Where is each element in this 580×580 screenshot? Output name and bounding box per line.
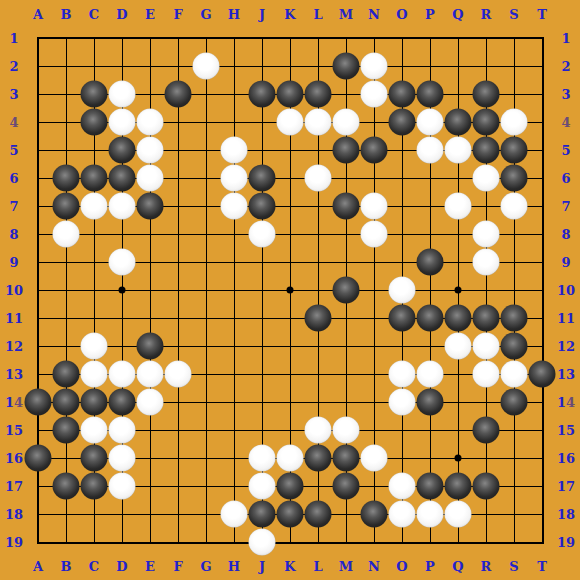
row-label-right-15: 15 [557, 424, 575, 437]
black-stone-A14[interactable] [25, 389, 52, 416]
white-stone-M4[interactable] [333, 109, 360, 136]
white-stone-O14[interactable] [389, 389, 416, 416]
black-stone-D6[interactable] [109, 165, 136, 192]
black-stone-L11[interactable] [305, 305, 332, 332]
white-stone-N3[interactable] [361, 81, 388, 108]
row-label-left-4: 4 [9, 116, 18, 129]
white-stone-M15[interactable] [333, 417, 360, 444]
row-label-left-1: 1 [9, 32, 18, 45]
black-stone-F3[interactable] [165, 81, 192, 108]
black-stone-J7[interactable] [249, 193, 276, 220]
row-label-left-13: 13 [5, 368, 23, 381]
white-stone-E4[interactable] [137, 109, 164, 136]
black-stone-M5[interactable] [333, 137, 360, 164]
black-stone-B6[interactable] [53, 165, 80, 192]
col-label-top-P: P [425, 8, 435, 21]
black-stone-P11[interactable] [417, 305, 444, 332]
col-label-bottom-R: R [481, 560, 492, 573]
col-label-top-O: O [396, 8, 407, 21]
row-label-left-15: 15 [5, 424, 23, 437]
col-label-top-F: F [173, 8, 182, 21]
col-label-bottom-O: O [396, 560, 407, 573]
white-stone-F13[interactable] [165, 361, 192, 388]
white-stone-D16[interactable] [109, 445, 136, 472]
row-label-right-17: 17 [557, 480, 575, 493]
row-label-right-7: 7 [561, 200, 570, 213]
black-stone-B15[interactable] [53, 417, 80, 444]
col-label-bottom-L: L [313, 560, 322, 573]
white-stone-P18[interactable] [417, 501, 444, 528]
black-stone-L3[interactable] [305, 81, 332, 108]
white-stone-S7[interactable] [501, 193, 528, 220]
white-stone-Q18[interactable] [445, 501, 472, 528]
row-label-right-3: 3 [561, 88, 570, 101]
white-stone-N7[interactable] [361, 193, 388, 220]
white-stone-J19[interactable] [249, 529, 276, 556]
col-label-top-B: B [61, 8, 72, 21]
black-stone-S12[interactable] [501, 333, 528, 360]
col-label-top-L: L [313, 8, 322, 21]
black-stone-E7[interactable] [137, 193, 164, 220]
white-stone-K4[interactable] [277, 109, 304, 136]
row-label-right-4: 4 [561, 116, 570, 129]
board-overlay: AABBCCDDEEFFGGHHJJKKLLMMNNOOPPQQRRSSTT11… [0, 0, 580, 580]
col-label-bottom-D: D [116, 560, 127, 573]
black-stone-M16[interactable] [333, 445, 360, 472]
black-stone-M2[interactable] [333, 53, 360, 80]
row-label-left-10: 10 [5, 284, 23, 297]
black-stone-C4[interactable] [81, 109, 108, 136]
white-stone-D15[interactable] [109, 417, 136, 444]
black-stone-R5[interactable] [473, 137, 500, 164]
col-label-bottom-A: A [33, 560, 43, 573]
black-stone-T13[interactable] [529, 361, 556, 388]
black-stone-R17[interactable] [473, 473, 500, 500]
row-label-right-12: 12 [557, 340, 575, 353]
black-stone-D5[interactable] [109, 137, 136, 164]
col-label-top-Q: Q [452, 8, 463, 21]
black-stone-N5[interactable] [361, 137, 388, 164]
black-stone-P14[interactable] [417, 389, 444, 416]
white-stone-E5[interactable] [137, 137, 164, 164]
white-stone-S4[interactable] [501, 109, 528, 136]
white-stone-B8[interactable] [53, 221, 80, 248]
col-label-bottom-C: C [89, 560, 99, 573]
black-stone-R3[interactable] [473, 81, 500, 108]
black-stone-S5[interactable] [501, 137, 528, 164]
black-stone-R4[interactable] [473, 109, 500, 136]
white-stone-D17[interactable] [109, 473, 136, 500]
white-stone-O13[interactable] [389, 361, 416, 388]
go-board[interactable]: AABBCCDDEEFFGGHHJJKKLLMMNNOOPPQQRRSSTT11… [0, 0, 580, 580]
black-stone-C6[interactable] [81, 165, 108, 192]
white-stone-G2[interactable] [193, 53, 220, 80]
white-stone-R13[interactable] [473, 361, 500, 388]
black-stone-O4[interactable] [389, 109, 416, 136]
white-stone-L4[interactable] [305, 109, 332, 136]
white-stone-N16[interactable] [361, 445, 388, 472]
black-stone-M17[interactable] [333, 473, 360, 500]
white-stone-D3[interactable] [109, 81, 136, 108]
row-label-left-2: 2 [9, 60, 18, 73]
row-label-right-8: 8 [561, 228, 570, 241]
col-label-bottom-F: F [173, 560, 182, 573]
row-label-right-10: 10 [557, 284, 575, 297]
col-label-top-R: R [481, 8, 492, 21]
col-label-top-S: S [509, 8, 518, 21]
white-stone-L6[interactable] [305, 165, 332, 192]
star-point-K10 [287, 287, 294, 294]
row-label-right-14: 14 [557, 396, 575, 409]
col-label-top-E: E [145, 8, 155, 21]
row-label-left-6: 6 [9, 172, 18, 185]
black-stone-C16[interactable] [81, 445, 108, 472]
col-label-bottom-M: M [339, 560, 353, 573]
white-stone-E14[interactable] [137, 389, 164, 416]
col-label-bottom-S: S [509, 560, 518, 573]
row-label-right-9: 9 [561, 256, 570, 269]
black-stone-S6[interactable] [501, 165, 528, 192]
white-stone-K16[interactable] [277, 445, 304, 472]
black-stone-L18[interactable] [305, 501, 332, 528]
row-label-left-3: 3 [9, 88, 18, 101]
row-label-left-8: 8 [9, 228, 18, 241]
black-stone-M10[interactable] [333, 277, 360, 304]
white-stone-Q7[interactable] [445, 193, 472, 220]
row-label-left-11: 11 [5, 312, 23, 325]
white-stone-C15[interactable] [81, 417, 108, 444]
row-label-right-5: 5 [561, 144, 570, 157]
row-label-right-16: 16 [557, 452, 575, 465]
black-stone-R15[interactable] [473, 417, 500, 444]
col-label-bottom-Q: Q [452, 560, 463, 573]
row-label-left-5: 5 [9, 144, 18, 157]
black-stone-C17[interactable] [81, 473, 108, 500]
col-label-bottom-K: K [284, 560, 295, 573]
black-stone-K18[interactable] [277, 501, 304, 528]
row-label-right-19: 19 [557, 536, 575, 549]
white-stone-O17[interactable] [389, 473, 416, 500]
white-stone-L15[interactable] [305, 417, 332, 444]
white-stone-O10[interactable] [389, 277, 416, 304]
col-label-top-J: J [259, 8, 265, 21]
col-label-top-C: C [89, 8, 99, 21]
row-label-left-7: 7 [9, 200, 18, 213]
row-label-left-18: 18 [5, 508, 23, 521]
white-stone-C12[interactable] [81, 333, 108, 360]
black-stone-S14[interactable] [501, 389, 528, 416]
black-stone-M7[interactable] [333, 193, 360, 220]
col-label-bottom-G: G [200, 560, 211, 573]
white-stone-J16[interactable] [249, 445, 276, 472]
white-stone-H6[interactable] [221, 165, 248, 192]
black-stone-N18[interactable] [361, 501, 388, 528]
black-stone-Q11[interactable] [445, 305, 472, 332]
black-stone-B7[interactable] [53, 193, 80, 220]
white-stone-R8[interactable] [473, 221, 500, 248]
col-label-bottom-B: B [61, 560, 72, 573]
white-stone-H5[interactable] [221, 137, 248, 164]
white-stone-P4[interactable] [417, 109, 444, 136]
black-stone-K17[interactable] [277, 473, 304, 500]
row-label-right-18: 18 [557, 508, 575, 521]
col-label-top-D: D [116, 8, 127, 21]
white-stone-D7[interactable] [109, 193, 136, 220]
white-stone-E13[interactable] [137, 361, 164, 388]
black-stone-J6[interactable] [249, 165, 276, 192]
white-stone-E6[interactable] [137, 165, 164, 192]
col-label-bottom-E: E [145, 560, 155, 573]
black-stone-B13[interactable] [53, 361, 80, 388]
row-label-right-6: 6 [561, 172, 570, 185]
col-label-bottom-N: N [368, 560, 380, 573]
black-stone-B14[interactable] [53, 389, 80, 416]
star-point-D10 [119, 287, 126, 294]
black-stone-Q4[interactable] [445, 109, 472, 136]
row-label-right-13: 13 [557, 368, 575, 381]
white-stone-C13[interactable] [81, 361, 108, 388]
black-stone-Q17[interactable] [445, 473, 472, 500]
white-stone-J17[interactable] [249, 473, 276, 500]
white-stone-R9[interactable] [473, 249, 500, 276]
col-label-top-K: K [284, 8, 295, 21]
go-board-app: AABBCCDDEEFFGGHHJJKKLLMMNNOOPPQQRRSSTT11… [0, 0, 580, 580]
white-stone-N8[interactable] [361, 221, 388, 248]
white-stone-D4[interactable] [109, 109, 136, 136]
white-stone-S13[interactable] [501, 361, 528, 388]
black-stone-A16[interactable] [25, 445, 52, 472]
row-label-right-11: 11 [557, 312, 575, 325]
white-stone-O18[interactable] [389, 501, 416, 528]
black-stone-B17[interactable] [53, 473, 80, 500]
white-stone-P5[interactable] [417, 137, 444, 164]
col-label-top-H: H [228, 8, 240, 21]
row-label-left-12: 12 [5, 340, 23, 353]
col-label-bottom-T: T [537, 560, 547, 573]
white-stone-N2[interactable] [361, 53, 388, 80]
black-stone-C3[interactable] [81, 81, 108, 108]
row-label-right-1: 1 [561, 32, 570, 45]
black-stone-J18[interactable] [249, 501, 276, 528]
col-label-bottom-H: H [228, 560, 240, 573]
black-stone-E12[interactable] [137, 333, 164, 360]
row-label-left-16: 16 [5, 452, 23, 465]
col-label-bottom-P: P [425, 560, 435, 573]
black-stone-S11[interactable] [501, 305, 528, 332]
black-stone-C14[interactable] [81, 389, 108, 416]
black-stone-O3[interactable] [389, 81, 416, 108]
white-stone-C7[interactable] [81, 193, 108, 220]
row-label-left-9: 9 [9, 256, 18, 269]
black-stone-O11[interactable] [389, 305, 416, 332]
row-label-right-2: 2 [561, 60, 570, 73]
white-stone-H18[interactable] [221, 501, 248, 528]
black-stone-K3[interactable] [277, 81, 304, 108]
white-stone-R6[interactable] [473, 165, 500, 192]
col-label-bottom-J: J [259, 560, 265, 573]
row-label-left-19: 19 [5, 536, 23, 549]
white-stone-P13[interactable] [417, 361, 444, 388]
black-stone-P9[interactable] [417, 249, 444, 276]
star-point-Q16 [455, 455, 462, 462]
black-stone-L16[interactable] [305, 445, 332, 472]
black-stone-R11[interactable] [473, 305, 500, 332]
col-label-top-M: M [339, 8, 353, 21]
white-stone-R12[interactable] [473, 333, 500, 360]
col-label-top-A: A [33, 8, 43, 21]
white-stone-Q5[interactable] [445, 137, 472, 164]
white-stone-D13[interactable] [109, 361, 136, 388]
star-point-Q10 [455, 287, 462, 294]
black-stone-D14[interactable] [109, 389, 136, 416]
row-label-left-17: 17 [5, 480, 23, 493]
col-label-top-N: N [368, 8, 380, 21]
row-label-left-14: 14 [5, 396, 23, 409]
white-stone-H7[interactable] [221, 193, 248, 220]
white-stone-D9[interactable] [109, 249, 136, 276]
black-stone-P3[interactable] [417, 81, 444, 108]
white-stone-J8[interactable] [249, 221, 276, 248]
black-stone-P17[interactable] [417, 473, 444, 500]
white-stone-Q12[interactable] [445, 333, 472, 360]
col-label-top-G: G [200, 8, 211, 21]
black-stone-J3[interactable] [249, 81, 276, 108]
col-label-top-T: T [537, 8, 547, 21]
